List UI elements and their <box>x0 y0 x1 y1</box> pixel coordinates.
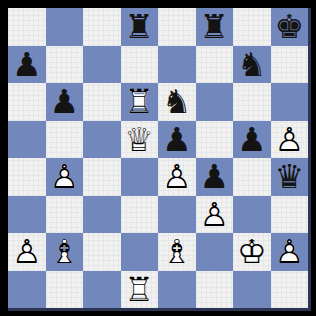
piece-glyph-outline: ♕ <box>121 121 159 159</box>
piece-glyph-outline: ♗ <box>46 233 84 271</box>
square-g5[interactable]: ♟ <box>233 121 271 159</box>
piece-black-queen-h4: ♛ <box>271 158 309 196</box>
square-b4[interactable]: ♟♙ <box>46 158 84 196</box>
piece-glyph-outline: ♗ <box>158 233 196 271</box>
square-g3[interactable] <box>233 196 271 234</box>
square-c6[interactable] <box>83 83 121 121</box>
piece-black-pawn-b6: ♟ <box>46 83 84 121</box>
square-f6[interactable] <box>196 83 234 121</box>
square-e4[interactable]: ♟♙ <box>158 158 196 196</box>
square-d2[interactable] <box>121 233 159 271</box>
piece-white-pawn-h5: ♟♙ <box>271 121 309 159</box>
square-d4[interactable] <box>121 158 159 196</box>
square-a1[interactable] <box>8 271 46 309</box>
square-b1[interactable] <box>46 271 84 309</box>
square-g6[interactable] <box>233 83 271 121</box>
square-e7[interactable] <box>158 46 196 84</box>
piece-glyph-fill: ♜ <box>121 8 159 46</box>
square-h3[interactable] <box>271 196 309 234</box>
square-h8[interactable]: ♚ <box>271 8 309 46</box>
square-d6[interactable]: ♜♖ <box>121 83 159 121</box>
square-e2[interactable]: ♝♗ <box>158 233 196 271</box>
piece-glyph-fill: ♟ <box>8 46 46 84</box>
piece-glyph-fill: ♞ <box>158 83 196 121</box>
square-b7[interactable] <box>46 46 84 84</box>
piece-black-knight-g7: ♞ <box>233 46 271 84</box>
square-a5[interactable] <box>8 121 46 159</box>
square-c1[interactable] <box>83 271 121 309</box>
square-e6[interactable]: ♞ <box>158 83 196 121</box>
piece-black-knight-e6: ♞ <box>158 83 196 121</box>
square-a6[interactable] <box>8 83 46 121</box>
piece-glyph-outline: ♖ <box>121 271 159 309</box>
square-e1[interactable] <box>158 271 196 309</box>
square-c5[interactable] <box>83 121 121 159</box>
piece-glyph-fill: ♟ <box>158 121 196 159</box>
square-c7[interactable] <box>83 46 121 84</box>
square-g2[interactable]: ♚♔ <box>233 233 271 271</box>
square-h6[interactable] <box>271 83 309 121</box>
square-a4[interactable] <box>8 158 46 196</box>
square-a8[interactable] <box>8 8 46 46</box>
chess-diagram: ♜♜♚♟♞♟♜♖♞♛♕♟♟♟♙♟♙♟♙♟♛♟♙♟♙♝♗♝♗♚♔♟♙♜♖ <box>0 0 316 316</box>
square-b2[interactable]: ♝♗ <box>46 233 84 271</box>
square-g7[interactable]: ♞ <box>233 46 271 84</box>
square-h4[interactable]: ♛ <box>271 158 309 196</box>
square-d1[interactable]: ♜♖ <box>121 271 159 309</box>
piece-white-king-g2: ♚♔ <box>233 233 271 271</box>
piece-white-queen-d5: ♛♕ <box>121 121 159 159</box>
piece-glyph-outline: ♙ <box>271 121 309 159</box>
piece-black-king-h8: ♚ <box>271 8 309 46</box>
square-a2[interactable]: ♟♙ <box>8 233 46 271</box>
square-c8[interactable] <box>83 8 121 46</box>
piece-white-bishop-e2: ♝♗ <box>158 233 196 271</box>
piece-black-pawn-g5: ♟ <box>233 121 271 159</box>
square-h1[interactable] <box>271 271 309 309</box>
square-d3[interactable] <box>121 196 159 234</box>
piece-glyph-fill: ♟ <box>46 83 84 121</box>
square-e5[interactable]: ♟ <box>158 121 196 159</box>
square-h7[interactable] <box>271 46 309 84</box>
piece-glyph-fill: ♚ <box>271 8 309 46</box>
square-d5[interactable]: ♛♕ <box>121 121 159 159</box>
square-f7[interactable] <box>196 46 234 84</box>
piece-white-pawn-a2: ♟♙ <box>8 233 46 271</box>
piece-glyph-fill: ♞ <box>233 46 271 84</box>
piece-black-pawn-e5: ♟ <box>158 121 196 159</box>
piece-glyph-outline: ♙ <box>46 158 84 196</box>
square-e3[interactable] <box>158 196 196 234</box>
square-g8[interactable] <box>233 8 271 46</box>
square-b3[interactable] <box>46 196 84 234</box>
piece-white-pawn-h2: ♟♙ <box>271 233 309 271</box>
piece-glyph-fill: ♟ <box>196 158 234 196</box>
piece-white-bishop-b2: ♝♗ <box>46 233 84 271</box>
piece-glyph-fill: ♟ <box>233 121 271 159</box>
square-f4[interactable]: ♟ <box>196 158 234 196</box>
square-b6[interactable]: ♟ <box>46 83 84 121</box>
square-e8[interactable] <box>158 8 196 46</box>
board-frame: ♜♜♚♟♞♟♜♖♞♛♕♟♟♟♙♟♙♟♙♟♛♟♙♟♙♝♗♝♗♚♔♟♙♜♖ <box>0 0 316 316</box>
square-h5[interactable]: ♟♙ <box>271 121 309 159</box>
piece-glyph-outline: ♙ <box>196 196 234 234</box>
piece-black-pawn-a7: ♟ <box>8 46 46 84</box>
square-b8[interactable] <box>46 8 84 46</box>
piece-white-pawn-e4: ♟♙ <box>158 158 196 196</box>
square-f2[interactable] <box>196 233 234 271</box>
chess-board: ♜♜♚♟♞♟♜♖♞♛♕♟♟♟♙♟♙♟♙♟♛♟♙♟♙♝♗♝♗♚♔♟♙♜♖ <box>8 8 308 308</box>
square-h2[interactable]: ♟♙ <box>271 233 309 271</box>
piece-glyph-outline: ♙ <box>158 158 196 196</box>
piece-white-rook-d6: ♜♖ <box>121 83 159 121</box>
piece-glyph-outline: ♔ <box>233 233 271 271</box>
square-f1[interactable] <box>196 271 234 309</box>
piece-glyph-outline: ♖ <box>121 83 159 121</box>
piece-glyph-outline: ♙ <box>271 233 309 271</box>
square-d7[interactable] <box>121 46 159 84</box>
piece-black-pawn-f4: ♟ <box>196 158 234 196</box>
piece-glyph-outline: ♙ <box>8 233 46 271</box>
square-g1[interactable] <box>233 271 271 309</box>
square-f3[interactable]: ♟♙ <box>196 196 234 234</box>
square-c4[interactable] <box>83 158 121 196</box>
square-c2[interactable] <box>83 233 121 271</box>
square-g4[interactable] <box>233 158 271 196</box>
square-b5[interactable] <box>46 121 84 159</box>
piece-glyph-fill: ♛ <box>271 158 309 196</box>
piece-glyph-fill: ♜ <box>196 8 234 46</box>
piece-white-rook-d1: ♜♖ <box>121 271 159 309</box>
piece-white-pawn-b4: ♟♙ <box>46 158 84 196</box>
piece-black-rook-f8: ♜ <box>196 8 234 46</box>
square-d8[interactable]: ♜ <box>121 8 159 46</box>
piece-white-pawn-f3: ♟♙ <box>196 196 234 234</box>
square-a7[interactable]: ♟ <box>8 46 46 84</box>
square-a3[interactable] <box>8 196 46 234</box>
square-f5[interactable] <box>196 121 234 159</box>
piece-black-rook-d8: ♜ <box>121 8 159 46</box>
square-f8[interactable]: ♜ <box>196 8 234 46</box>
square-c3[interactable] <box>83 196 121 234</box>
